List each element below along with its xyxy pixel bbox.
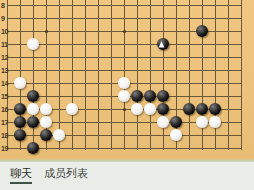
white-stone bbox=[27, 38, 39, 50]
black-stone bbox=[157, 38, 169, 50]
grid-vline bbox=[98, 0, 99, 150]
white-stone bbox=[170, 129, 182, 141]
black-stone bbox=[14, 116, 26, 128]
black-stone bbox=[183, 103, 195, 115]
white-stone bbox=[144, 103, 156, 115]
white-stone bbox=[53, 129, 65, 141]
grid-hline bbox=[7, 44, 242, 45]
grid-vline bbox=[241, 0, 242, 150]
row-coordinate-label: 18 bbox=[1, 132, 13, 139]
grid-vline bbox=[228, 0, 229, 150]
black-stone bbox=[196, 25, 208, 37]
black-stone bbox=[196, 103, 208, 115]
grid-vline bbox=[111, 0, 112, 150]
grid-hline bbox=[7, 70, 242, 71]
black-stone bbox=[27, 116, 39, 128]
row-coordinate-label: 8 bbox=[1, 2, 13, 9]
grid-hline bbox=[7, 57, 242, 58]
white-stone bbox=[157, 116, 169, 128]
black-stone bbox=[14, 129, 26, 141]
grid-hline bbox=[7, 18, 242, 19]
black-stone bbox=[170, 116, 182, 128]
star-point bbox=[45, 30, 48, 33]
row-coordinate-label: 9 bbox=[1, 15, 13, 22]
black-stone bbox=[209, 103, 221, 115]
white-stone bbox=[131, 103, 143, 115]
white-stone bbox=[66, 103, 78, 115]
tab-member-list[interactable]: 成员列表 bbox=[44, 167, 88, 182]
white-stone bbox=[14, 77, 26, 89]
grid-vline bbox=[7, 0, 8, 150]
row-coordinate-label: 15 bbox=[1, 93, 13, 100]
row-coordinate-label: 17 bbox=[1, 119, 13, 126]
black-stone bbox=[40, 129, 52, 141]
row-coordinate-label: 19 bbox=[1, 145, 13, 152]
row-coordinate-label: 16 bbox=[1, 106, 13, 113]
black-stone bbox=[27, 142, 39, 154]
go-app-screen: 8910111213141516171819 聊天 成员列表 bbox=[0, 0, 254, 190]
grid-vline bbox=[189, 0, 190, 150]
white-stone bbox=[40, 103, 52, 115]
row-coordinate-label: 14 bbox=[1, 80, 13, 87]
black-stone bbox=[157, 90, 169, 102]
white-stone bbox=[196, 116, 208, 128]
white-stone bbox=[118, 90, 130, 102]
white-stone bbox=[27, 103, 39, 115]
white-stone bbox=[118, 77, 130, 89]
black-stone bbox=[27, 90, 39, 102]
black-stone bbox=[131, 90, 143, 102]
grid-vline bbox=[124, 0, 125, 150]
grid-vline bbox=[150, 0, 151, 150]
grid-vline bbox=[85, 0, 86, 150]
last-move-marker bbox=[159, 42, 165, 48]
black-stone bbox=[14, 103, 26, 115]
grid-vline bbox=[59, 0, 60, 150]
white-stone bbox=[209, 116, 221, 128]
tab-chat[interactable]: 聊天 bbox=[10, 167, 32, 184]
bottom-tab-bar: 聊天 成员列表 bbox=[0, 161, 254, 190]
grid-vline bbox=[137, 0, 138, 150]
row-coordinate-label: 11 bbox=[1, 41, 13, 48]
row-coordinate-label: 12 bbox=[1, 54, 13, 61]
star-point bbox=[123, 30, 126, 33]
grid-hline bbox=[7, 148, 242, 149]
star-point bbox=[123, 108, 126, 111]
grid-hline bbox=[7, 5, 242, 6]
black-stone bbox=[157, 103, 169, 115]
row-coordinate-label: 10 bbox=[1, 28, 13, 35]
white-stone bbox=[40, 116, 52, 128]
row-coordinate-label: 13 bbox=[1, 67, 13, 74]
go-board[interactable]: 8910111213141516171819 bbox=[0, 0, 254, 161]
black-stone bbox=[144, 90, 156, 102]
grid-vline bbox=[72, 0, 73, 150]
